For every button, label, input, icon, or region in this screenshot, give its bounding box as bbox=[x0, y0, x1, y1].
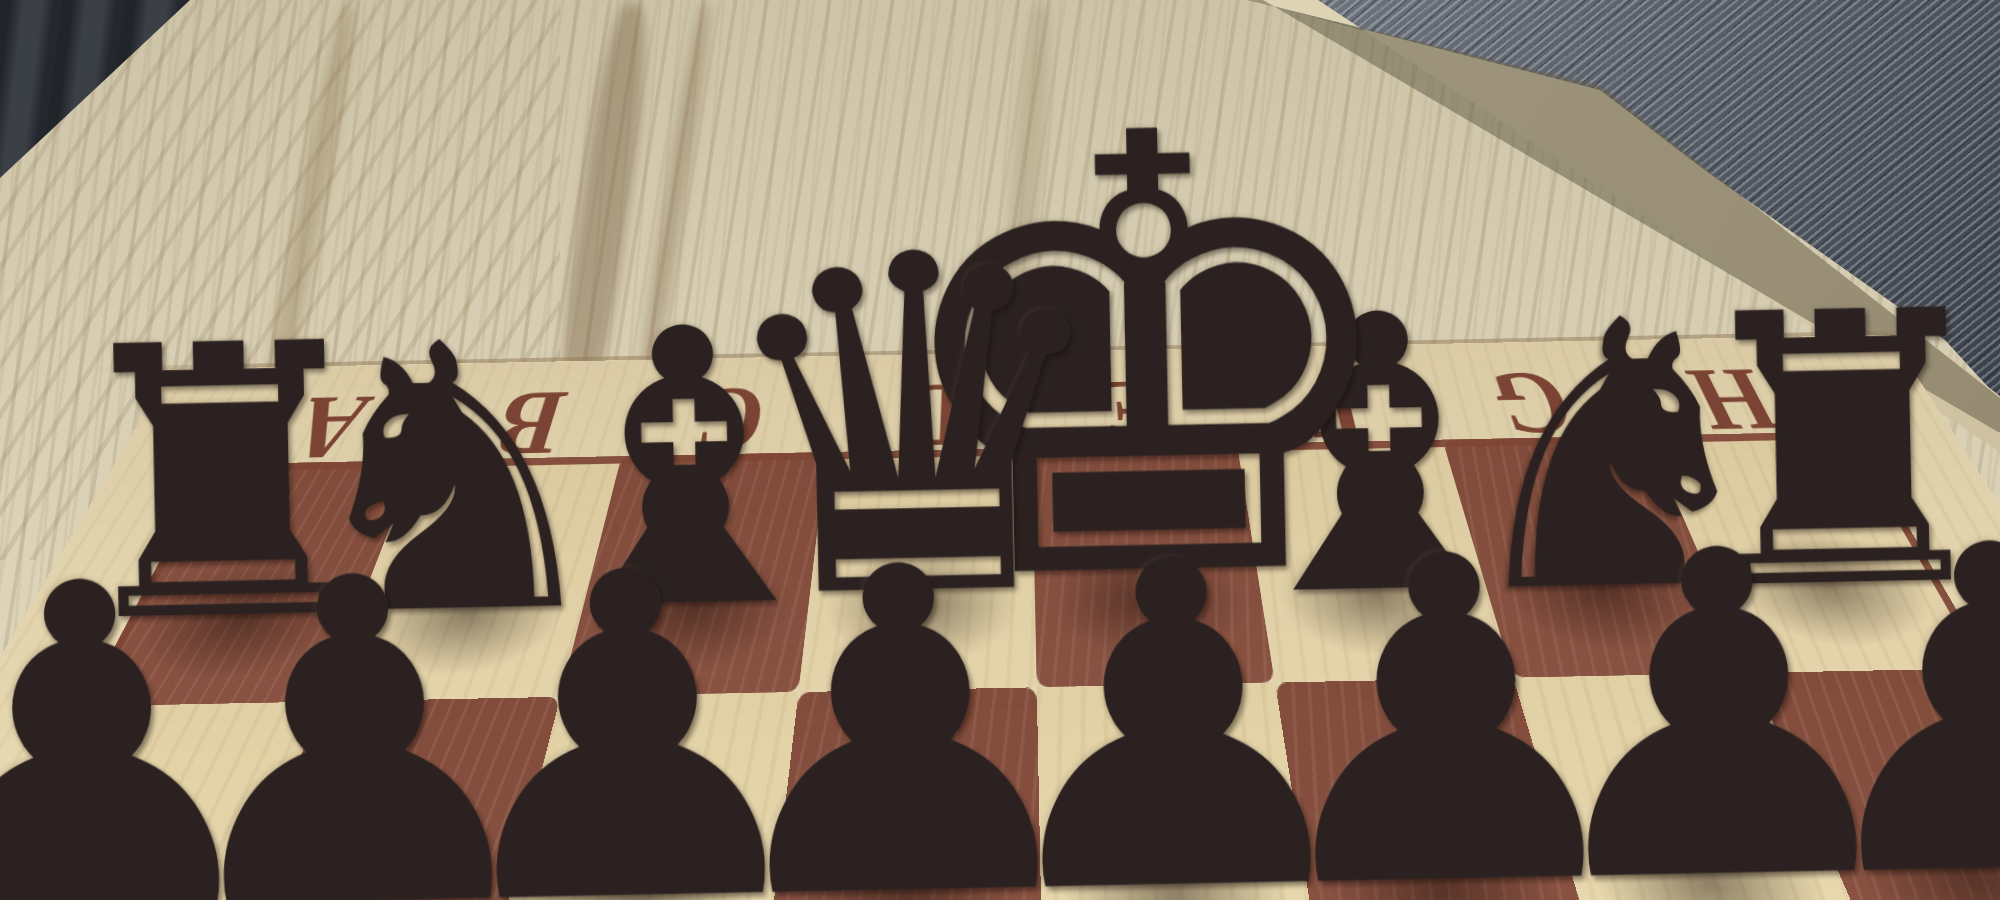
chessboard-photo-scene: ABCDEFGH♜♞♝♛♚♝♞♜7♟♟♟♟♟♟♟♟7 bbox=[0, 0, 2000, 900]
chess-board: ABCDEFGH♜♞♝♛♚♝♞♜7♟♟♟♟♟♟♟♟7 bbox=[0, 0, 2000, 369]
board-tilt-wrapper: ABCDEFGH♜♞♝♛♚♝♞♜7♟♟♟♟♟♟♟♟7 bbox=[0, 0, 2000, 900]
piece-black-pawn-h7[interactable]: ♟ bbox=[1788, 504, 2000, 900]
